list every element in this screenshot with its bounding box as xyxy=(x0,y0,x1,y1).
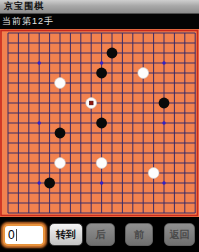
white-stone xyxy=(55,78,66,89)
move-number-input[interactable]: 0 xyxy=(3,224,45,246)
star-point xyxy=(38,121,41,124)
black-stone xyxy=(159,98,170,109)
control-bar: 0 转到 后 前 返回 xyxy=(0,217,199,252)
white-stone xyxy=(148,168,159,179)
black-stone xyxy=(96,68,107,79)
star-point xyxy=(38,61,41,64)
move-number-value: 0 xyxy=(8,228,15,242)
goto-button[interactable]: 转到 xyxy=(49,223,83,246)
move-status-bar: 当前第12手 xyxy=(0,14,199,29)
text-cursor xyxy=(16,229,17,241)
black-stone xyxy=(55,128,66,139)
title-bar: 京宝围棋 xyxy=(0,0,199,14)
star-point xyxy=(100,181,103,184)
go-board-svg[interactable] xyxy=(0,29,199,217)
star-point xyxy=(100,61,103,64)
app-window: 京宝围棋 当前第12手 0 转到 后 前 返回 xyxy=(0,0,199,252)
goto-button-label: 转到 xyxy=(56,228,76,242)
black-stone xyxy=(107,48,118,59)
star-point xyxy=(162,181,165,184)
star-point xyxy=(162,61,165,64)
white-stone xyxy=(55,158,66,169)
black-stone xyxy=(96,118,107,129)
return-button-label: 返回 xyxy=(170,228,190,242)
last-move-marker xyxy=(89,101,93,105)
white-stone xyxy=(138,68,149,79)
black-stone xyxy=(44,178,55,189)
next-button-label: 后 xyxy=(96,228,106,242)
next-button[interactable]: 后 xyxy=(86,223,115,246)
prev-button[interactable]: 前 xyxy=(125,223,153,246)
prev-button-label: 前 xyxy=(134,228,144,242)
go-board[interactable] xyxy=(0,29,199,217)
return-button[interactable]: 返回 xyxy=(164,223,195,246)
white-stone xyxy=(96,158,107,169)
app-title: 京宝围棋 xyxy=(4,1,44,11)
star-point xyxy=(38,181,41,184)
current-move-label: 当前第12手 xyxy=(2,16,54,26)
star-point xyxy=(162,121,165,124)
